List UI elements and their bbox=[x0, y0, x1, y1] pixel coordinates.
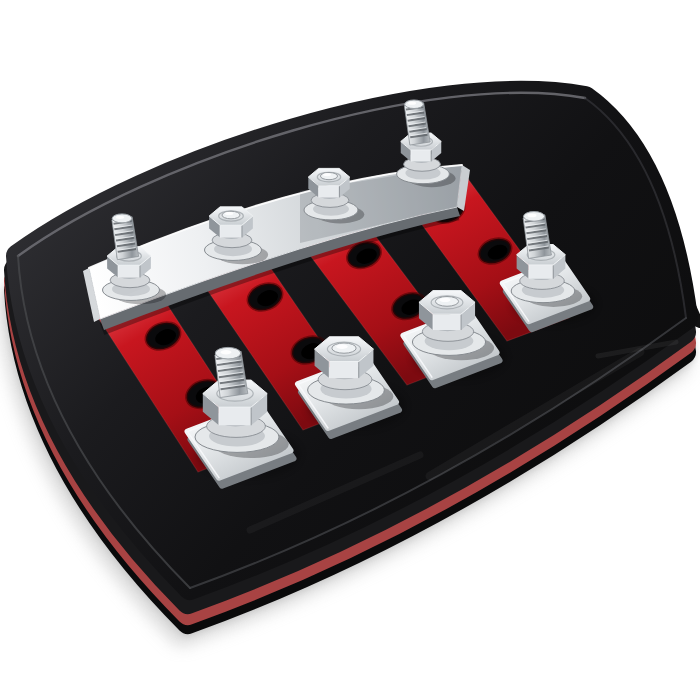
glint bbox=[527, 214, 536, 218]
scene-canvas bbox=[0, 0, 700, 700]
hex-facet-front bbox=[219, 407, 251, 425]
glint bbox=[408, 102, 416, 105]
photo-svg bbox=[0, 0, 700, 700]
hex-facet-front bbox=[411, 150, 431, 161]
hex-facet-front bbox=[433, 314, 461, 330]
glint bbox=[336, 344, 348, 349]
glint bbox=[220, 350, 231, 354]
glint bbox=[116, 216, 125, 219]
fuse-block-product-photo bbox=[0, 0, 700, 700]
glint bbox=[225, 212, 234, 215]
hex-facet-front bbox=[319, 186, 340, 198]
hex-facet-front bbox=[220, 225, 242, 237]
glint bbox=[440, 298, 451, 302]
hex-facet-front bbox=[118, 265, 140, 277]
glint bbox=[323, 173, 331, 176]
hex-facet-front bbox=[529, 265, 553, 279]
hex-facet-front bbox=[329, 361, 358, 378]
